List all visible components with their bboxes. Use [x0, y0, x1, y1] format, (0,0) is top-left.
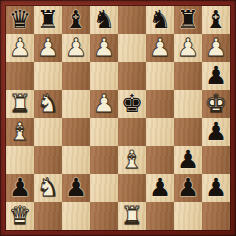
- piece-white-rook: ♜: [121, 202, 143, 230]
- square-e3[interactable]: ♝: [118, 146, 146, 174]
- square-e2[interactable]: [118, 174, 146, 202]
- square-c8[interactable]: ♝: [62, 6, 90, 34]
- piece-black-bishop: ♝: [65, 6, 87, 34]
- piece-white-pawn: ♟: [65, 34, 87, 62]
- square-e8[interactable]: [118, 6, 146, 34]
- piece-black-bishop: ♝: [205, 6, 227, 34]
- square-b1[interactable]: [34, 202, 62, 230]
- square-g8[interactable]: ♜: [174, 6, 202, 34]
- piece-black-pawn: ♟: [65, 174, 87, 202]
- square-g6[interactable]: [174, 62, 202, 90]
- square-d1[interactable]: [90, 202, 118, 230]
- piece-black-pawn: ♟: [205, 62, 227, 90]
- square-a5[interactable]: ♜: [6, 90, 34, 118]
- square-h4[interactable]: ♟: [202, 118, 230, 146]
- square-h3[interactable]: [202, 146, 230, 174]
- piece-white-knight: ♞: [37, 90, 59, 118]
- square-e6[interactable]: [118, 62, 146, 90]
- square-e4[interactable]: [118, 118, 146, 146]
- square-f1[interactable]: [146, 202, 174, 230]
- piece-white-bishop: ♝: [121, 146, 143, 174]
- piece-white-queen: ♛: [9, 202, 31, 230]
- square-g2[interactable]: ♟: [174, 174, 202, 202]
- square-f3[interactable]: [146, 146, 174, 174]
- square-a6[interactable]: [6, 62, 34, 90]
- piece-white-pawn: ♟: [205, 34, 227, 62]
- piece-white-pawn: ♟: [9, 34, 31, 62]
- square-a7[interactable]: ♟: [6, 34, 34, 62]
- square-c1[interactable]: [62, 202, 90, 230]
- square-d4[interactable]: [90, 118, 118, 146]
- piece-black-pawn: ♟: [9, 174, 31, 202]
- piece-black-rook: ♜: [37, 6, 59, 34]
- square-a2[interactable]: ♟: [6, 174, 34, 202]
- square-d6[interactable]: [90, 62, 118, 90]
- square-g3[interactable]: ♟: [174, 146, 202, 174]
- square-f5[interactable]: [146, 90, 174, 118]
- chess-board: ♛♜♝♞♞♜♝♟♟♟♟♟♟♟♟♜♞♟♚♚♝♟♝♟♟♞♟♟♟♟♛♜: [6, 6, 230, 230]
- piece-white-pawn: ♟: [93, 90, 115, 118]
- piece-black-pawn: ♟: [205, 118, 227, 146]
- square-e1[interactable]: ♜: [118, 202, 146, 230]
- square-d8[interactable]: ♞: [90, 6, 118, 34]
- square-h5[interactable]: ♚: [202, 90, 230, 118]
- square-h6[interactable]: ♟: [202, 62, 230, 90]
- piece-white-knight: ♞: [37, 174, 59, 202]
- piece-black-pawn: ♟: [177, 146, 199, 174]
- piece-white-pawn: ♟: [93, 34, 115, 62]
- board-frame: ♛♜♝♞♞♜♝♟♟♟♟♟♟♟♟♜♞♟♚♚♝♟♝♟♟♞♟♟♟♟♛♜: [0, 0, 236, 236]
- square-d7[interactable]: ♟: [90, 34, 118, 62]
- square-h2[interactable]: ♟: [202, 174, 230, 202]
- square-h7[interactable]: ♟: [202, 34, 230, 62]
- square-g4[interactable]: [174, 118, 202, 146]
- piece-black-rook: ♜: [177, 6, 199, 34]
- square-h8[interactable]: ♝: [202, 6, 230, 34]
- square-g7[interactable]: ♟: [174, 34, 202, 62]
- piece-white-pawn: ♟: [149, 34, 171, 62]
- square-g5[interactable]: [174, 90, 202, 118]
- square-b3[interactable]: [34, 146, 62, 174]
- piece-black-pawn: ♟: [149, 174, 171, 202]
- square-b4[interactable]: [34, 118, 62, 146]
- square-d5[interactable]: ♟: [90, 90, 118, 118]
- piece-black-pawn: ♟: [177, 174, 199, 202]
- square-b7[interactable]: ♟: [34, 34, 62, 62]
- square-c4[interactable]: [62, 118, 90, 146]
- piece-black-king: ♚: [121, 90, 143, 118]
- piece-black-queen: ♛: [9, 6, 31, 34]
- square-c7[interactable]: ♟: [62, 34, 90, 62]
- square-a1[interactable]: ♛: [6, 202, 34, 230]
- piece-white-rook: ♜: [9, 90, 31, 118]
- square-a3[interactable]: [6, 146, 34, 174]
- piece-black-pawn: ♟: [205, 174, 227, 202]
- piece-black-knight: ♞: [93, 6, 115, 34]
- square-c6[interactable]: [62, 62, 90, 90]
- square-c3[interactable]: [62, 146, 90, 174]
- piece-white-pawn: ♟: [37, 34, 59, 62]
- square-f6[interactable]: [146, 62, 174, 90]
- square-a8[interactable]: ♛: [6, 6, 34, 34]
- square-h1[interactable]: [202, 202, 230, 230]
- square-g1[interactable]: [174, 202, 202, 230]
- square-b8[interactable]: ♜: [34, 6, 62, 34]
- square-c2[interactable]: ♟: [62, 174, 90, 202]
- square-b6[interactable]: [34, 62, 62, 90]
- square-d3[interactable]: [90, 146, 118, 174]
- square-b5[interactable]: ♞: [34, 90, 62, 118]
- piece-white-bishop: ♝: [9, 118, 31, 146]
- square-c5[interactable]: [62, 90, 90, 118]
- square-e5[interactable]: ♚: [118, 90, 146, 118]
- square-e7[interactable]: [118, 34, 146, 62]
- square-f7[interactable]: ♟: [146, 34, 174, 62]
- square-f8[interactable]: ♞: [146, 6, 174, 34]
- square-a4[interactable]: ♝: [6, 118, 34, 146]
- square-d2[interactable]: [90, 174, 118, 202]
- square-b2[interactable]: ♞: [34, 174, 62, 202]
- piece-white-king: ♚: [205, 90, 227, 118]
- piece-white-pawn: ♟: [177, 34, 199, 62]
- piece-black-knight: ♞: [149, 6, 171, 34]
- square-f2[interactable]: ♟: [146, 174, 174, 202]
- square-f4[interactable]: [146, 118, 174, 146]
